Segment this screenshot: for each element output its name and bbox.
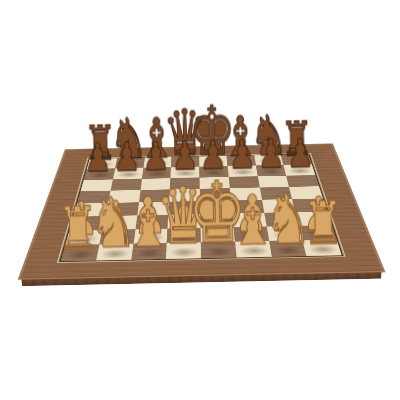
piece-black-pawn[interactable]: ♟	[113, 137, 141, 177]
piece-white-rook[interactable]: ♜	[302, 193, 345, 253]
chess-board: ♜♞♝♛♚♝♞♜♟♟♟♟♟♟♟♟♟♟♟♟♟♟♟♟♜♞♝♛♚♝♞♜	[18, 144, 386, 280]
square-g7[interactable]: ♟	[256, 165, 287, 176]
square-g1[interactable]: ♞	[269, 240, 307, 256]
board-front-edge	[21, 264, 383, 286]
perspective-scene: ♜♞♝♛♚♝♞♜♟♟♟♟♟♟♟♟♟♟♟♟♟♟♟♟♜♞♝♛♚♝♞♜	[0, 0, 400, 400]
square-h1[interactable]: ♜	[303, 240, 342, 256]
scene-rotation: ♜♞♝♛♚♝♞♜♟♟♟♟♟♟♟♟♟♟♟♟♟♟♟♟♜♞♝♛♚♝♞♜	[0, 0, 400, 400]
piece-black-pawn[interactable]: ♟	[257, 134, 285, 174]
square-b7[interactable]: ♟	[113, 168, 143, 179]
piece-black-pawn[interactable]: ♟	[286, 133, 314, 173]
square-h7[interactable]: ♟	[284, 164, 316, 175]
square-a7[interactable]: ♟	[84, 168, 115, 179]
photo-canvas: ♜♞♝♛♚♝♞♜♟♟♟♟♟♟♟♟♟♟♟♟♟♟♟♟♜♞♝♛♚♝♞♜	[0, 0, 400, 400]
piece-black-pawn[interactable]: ♟	[84, 138, 112, 178]
board-grid: ♜♞♝♛♚♝♞♜♟♟♟♟♟♟♟♟♟♟♟♟♟♟♟♟♜♞♝♛♚♝♞♜	[61, 154, 342, 261]
